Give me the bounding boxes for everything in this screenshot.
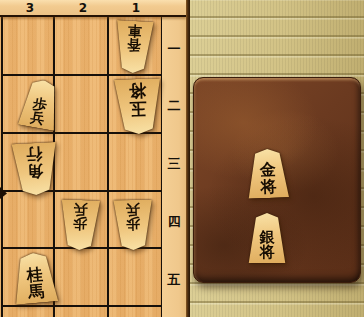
board-piece-pawn-2-4-gote[interactable]: 歩 兵 bbox=[60, 200, 100, 250]
board-piece-king-1-2-gote[interactable]: 玉 将 bbox=[114, 79, 162, 134]
square-2-2[interactable] bbox=[55, 76, 109, 134]
board-piece-bishop-3-3-gote[interactable]: 角 行 bbox=[12, 143, 58, 195]
rank-label-4: 四 bbox=[162, 213, 186, 231]
file-label-strip: 3 2 1 bbox=[0, 0, 186, 17]
koma-kanji: 行 bbox=[26, 145, 43, 163]
square-1-6[interactable] bbox=[109, 307, 163, 317]
board-piece-pawn-3-2-sente[interactable]: 歩 兵 bbox=[21, 80, 59, 128]
koma-kanji: 将 bbox=[260, 245, 275, 261]
rank-label-1: 一 bbox=[162, 40, 186, 58]
koma-kanji: 玉 bbox=[129, 99, 147, 117]
koma-kanji: 歩 bbox=[73, 216, 88, 231]
square-1-3[interactable] bbox=[109, 134, 163, 192]
koma-kanji: 兵 bbox=[29, 110, 45, 127]
koma-kanji: 将 bbox=[129, 81, 147, 99]
square-3-1[interactable] bbox=[3, 15, 55, 76]
file-label-2: 2 bbox=[76, 1, 90, 15]
koma-kanji: 歩 bbox=[126, 217, 140, 232]
hand-piece-silver[interactable]: 銀 将 bbox=[248, 213, 286, 263]
koma-kanji: 香 bbox=[127, 37, 142, 52]
koma-kanji: 馬 bbox=[28, 283, 45, 301]
square-2-3[interactable] bbox=[55, 134, 109, 192]
rank-label-5: 五 bbox=[162, 271, 186, 289]
square-3-4[interactable] bbox=[3, 192, 55, 249]
board-piece-knight-3-5-sente[interactable]: 桂 馬 bbox=[13, 253, 57, 303]
square-2-5[interactable] bbox=[55, 249, 109, 307]
file-label-1: 1 bbox=[129, 1, 143, 15]
rank-label-strip: 一 二 三 四 五 bbox=[162, 17, 186, 317]
hand-piece-gold[interactable]: 金 将 bbox=[247, 149, 289, 198]
rank-label-2: 二 bbox=[162, 97, 186, 115]
rank-label-3: 三 bbox=[162, 155, 186, 173]
koma-kanji: 兵 bbox=[73, 202, 88, 217]
square-1-5[interactable] bbox=[109, 249, 163, 307]
board-right-edge bbox=[186, 0, 190, 317]
shogi-app-view: 3 2 1 一 二 三 四 五 香 車 玉 将 歩 bbox=[0, 0, 364, 317]
koma-kanji: 将 bbox=[260, 179, 277, 196]
square-3-6[interactable] bbox=[3, 307, 55, 317]
square-2-1[interactable] bbox=[55, 15, 109, 76]
board-piece-lance-1-1-gote[interactable]: 香 車 bbox=[115, 21, 153, 73]
file-label-3: 3 bbox=[23, 1, 37, 15]
shogi-board: 3 2 1 一 二 三 四 五 香 車 玉 将 歩 bbox=[0, 0, 190, 317]
koma-kanji: 兵 bbox=[126, 202, 140, 217]
board-piece-pawn-1-4-gote[interactable]: 歩 兵 bbox=[113, 200, 153, 250]
square-2-6[interactable] bbox=[55, 307, 109, 317]
koma-kanji: 車 bbox=[127, 23, 142, 38]
